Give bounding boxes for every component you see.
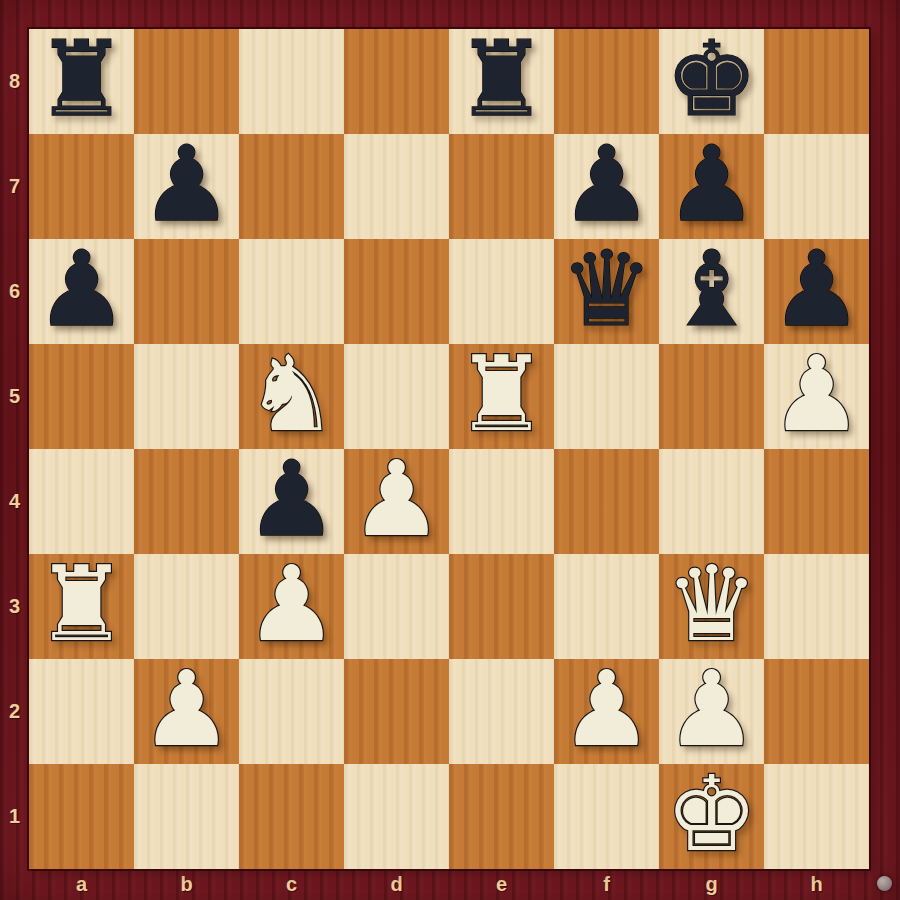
- square-d1[interactable]: [344, 764, 449, 869]
- piece-black-pawn[interactable]: ♟: [35, 237, 128, 341]
- file-label-e: e: [449, 869, 554, 900]
- square-c4[interactable]: ♟: [239, 449, 344, 554]
- square-f8[interactable]: [554, 29, 659, 134]
- file-label-f: f: [554, 869, 659, 900]
- square-d6[interactable]: [344, 239, 449, 344]
- piece-white-pawn[interactable]: ♟: [245, 552, 338, 656]
- square-a1[interactable]: [29, 764, 134, 869]
- square-a6[interactable]: ♟: [29, 239, 134, 344]
- piece-black-rook[interactable]: ♜: [455, 27, 548, 131]
- square-d4[interactable]: ♟: [344, 449, 449, 554]
- square-f3[interactable]: [554, 554, 659, 659]
- piece-white-rook[interactable]: ♜: [455, 342, 548, 446]
- square-a2[interactable]: [29, 659, 134, 764]
- square-c3[interactable]: ♟: [239, 554, 344, 659]
- square-b1[interactable]: [134, 764, 239, 869]
- square-f6[interactable]: ♛: [554, 239, 659, 344]
- piece-black-pawn[interactable]: ♟: [245, 447, 338, 551]
- piece-white-pawn[interactable]: ♟: [770, 342, 863, 446]
- square-h5[interactable]: ♟: [764, 344, 869, 449]
- rank-label-1: 1: [0, 764, 29, 869]
- square-e7[interactable]: [449, 134, 554, 239]
- square-e3[interactable]: [449, 554, 554, 659]
- rank-label-3: 3: [0, 554, 29, 659]
- square-h3[interactable]: [764, 554, 869, 659]
- piece-white-queen[interactable]: ♛: [665, 552, 758, 656]
- piece-black-pawn[interactable]: ♟: [770, 237, 863, 341]
- piece-white-pawn[interactable]: ♟: [665, 657, 758, 761]
- square-a7[interactable]: [29, 134, 134, 239]
- square-h4[interactable]: [764, 449, 869, 554]
- square-e5[interactable]: ♜: [449, 344, 554, 449]
- file-label-a: a: [29, 869, 134, 900]
- file-label-c: c: [239, 869, 344, 900]
- square-h1[interactable]: [764, 764, 869, 869]
- square-a3[interactable]: ♜: [29, 554, 134, 659]
- square-d2[interactable]: [344, 659, 449, 764]
- rank-label-4: 4: [0, 449, 29, 554]
- square-g5[interactable]: [659, 344, 764, 449]
- square-c7[interactable]: [239, 134, 344, 239]
- square-d3[interactable]: [344, 554, 449, 659]
- piece-black-rook[interactable]: ♜: [35, 27, 128, 131]
- piece-black-pawn[interactable]: ♟: [140, 132, 233, 236]
- rank-label-2: 2: [0, 659, 29, 764]
- square-e2[interactable]: [449, 659, 554, 764]
- piece-white-rook[interactable]: ♜: [35, 552, 128, 656]
- square-f7[interactable]: ♟: [554, 134, 659, 239]
- square-g8[interactable]: ♚: [659, 29, 764, 134]
- chess-board: ♜♜♚♟♟♟♟♛♝♟♞♜♟♟♟♜♟♛♟♟♟♚: [29, 29, 869, 869]
- square-f2[interactable]: ♟: [554, 659, 659, 764]
- square-c6[interactable]: [239, 239, 344, 344]
- square-h6[interactable]: ♟: [764, 239, 869, 344]
- square-g3[interactable]: ♛: [659, 554, 764, 659]
- square-c1[interactable]: [239, 764, 344, 869]
- corner-pin-icon: [877, 876, 892, 891]
- piece-black-bishop[interactable]: ♝: [665, 237, 758, 341]
- file-label-h: h: [764, 869, 869, 900]
- square-c8[interactable]: [239, 29, 344, 134]
- square-d7[interactable]: [344, 134, 449, 239]
- piece-black-queen[interactable]: ♛: [560, 237, 653, 341]
- piece-white-pawn[interactable]: ♟: [140, 657, 233, 761]
- rank-labels: 87654321: [0, 29, 29, 869]
- piece-black-king[interactable]: ♚: [665, 27, 758, 131]
- square-f4[interactable]: [554, 449, 659, 554]
- square-a5[interactable]: [29, 344, 134, 449]
- square-c5[interactable]: ♞: [239, 344, 344, 449]
- rank-label-8: 8: [0, 29, 29, 134]
- square-g6[interactable]: ♝: [659, 239, 764, 344]
- square-b4[interactable]: [134, 449, 239, 554]
- square-b6[interactable]: [134, 239, 239, 344]
- square-e4[interactable]: [449, 449, 554, 554]
- square-a4[interactable]: [29, 449, 134, 554]
- square-b7[interactable]: ♟: [134, 134, 239, 239]
- square-d8[interactable]: [344, 29, 449, 134]
- square-h7[interactable]: [764, 134, 869, 239]
- rank-label-6: 6: [0, 239, 29, 344]
- square-g4[interactable]: [659, 449, 764, 554]
- piece-white-king[interactable]: ♚: [665, 762, 758, 866]
- square-h8[interactable]: [764, 29, 869, 134]
- square-e8[interactable]: ♜: [449, 29, 554, 134]
- square-f1[interactable]: [554, 764, 659, 869]
- square-b3[interactable]: [134, 554, 239, 659]
- piece-white-pawn[interactable]: ♟: [560, 657, 653, 761]
- square-e6[interactable]: [449, 239, 554, 344]
- square-g1[interactable]: ♚: [659, 764, 764, 869]
- chess-board-frame: 87654321 abcdefgh ♜♜♚♟♟♟♟♛♝♟♞♜♟♟♟♜♟♛♟♟♟♚: [0, 0, 900, 900]
- square-g2[interactable]: ♟: [659, 659, 764, 764]
- square-b2[interactable]: ♟: [134, 659, 239, 764]
- square-g7[interactable]: ♟: [659, 134, 764, 239]
- piece-white-knight[interactable]: ♞: [245, 342, 338, 446]
- file-label-d: d: [344, 869, 449, 900]
- square-h2[interactable]: [764, 659, 869, 764]
- square-b8[interactable]: [134, 29, 239, 134]
- file-label-b: b: [134, 869, 239, 900]
- square-a8[interactable]: ♜: [29, 29, 134, 134]
- piece-white-pawn[interactable]: ♟: [350, 447, 443, 551]
- square-c2[interactable]: [239, 659, 344, 764]
- piece-black-pawn[interactable]: ♟: [665, 132, 758, 236]
- square-f5[interactable]: [554, 344, 659, 449]
- piece-black-pawn[interactable]: ♟: [560, 132, 653, 236]
- rank-label-7: 7: [0, 134, 29, 239]
- square-e1[interactable]: [449, 764, 554, 869]
- square-b5[interactable]: [134, 344, 239, 449]
- rank-label-5: 5: [0, 344, 29, 449]
- square-d5[interactable]: [344, 344, 449, 449]
